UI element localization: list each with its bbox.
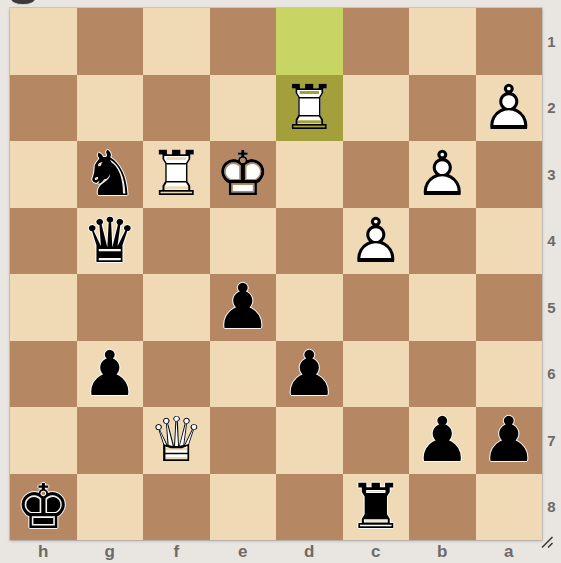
white-pawn[interactable]: ♟♙ xyxy=(409,141,476,208)
square-a1[interactable] xyxy=(476,8,543,75)
rank-labels: 12345678 xyxy=(542,8,561,540)
square-b3[interactable]: ♟♙ xyxy=(409,141,476,208)
square-h3[interactable] xyxy=(10,141,77,208)
resize-handle-icon[interactable] xyxy=(537,532,554,549)
square-c3[interactable] xyxy=(343,141,410,208)
white-rook[interactable]: ♜♖ xyxy=(143,141,210,208)
square-g2[interactable] xyxy=(77,75,144,142)
rank-label-6: 6 xyxy=(542,341,561,408)
file-label-d: d xyxy=(276,540,343,563)
white-king[interactable]: ♚♔ xyxy=(210,141,277,208)
black-pawn[interactable]: ♟ xyxy=(409,407,476,474)
square-h5[interactable] xyxy=(10,274,77,341)
square-c4[interactable]: ♟♙ xyxy=(343,208,410,275)
black-pawn[interactable]: ♟ xyxy=(476,407,543,474)
square-d1[interactable] xyxy=(276,8,343,75)
rank-label-8: 8 xyxy=(542,474,561,541)
rank-label-3: 3 xyxy=(542,141,561,208)
square-g7[interactable] xyxy=(77,407,144,474)
square-h6[interactable] xyxy=(10,341,77,408)
square-c7[interactable] xyxy=(343,407,410,474)
square-g4[interactable]: ♛ xyxy=(77,208,144,275)
square-f5[interactable] xyxy=(143,274,210,341)
square-g6[interactable]: ♟ xyxy=(77,341,144,408)
square-b8[interactable] xyxy=(409,474,476,541)
rank-label-7: 7 xyxy=(542,407,561,474)
rank-label-5: 5 xyxy=(542,274,561,341)
chess-app-page: ♜♖♟♙♞♜♖♚♔♟♙♛♟♙♟♟♟♛♕♟♟♚♜ 12345678 hgfedcb… xyxy=(0,0,561,563)
square-g5[interactable] xyxy=(77,274,144,341)
black-king[interactable]: ♚ xyxy=(10,474,77,541)
file-label-f: f xyxy=(143,540,210,563)
black-rook[interactable]: ♜ xyxy=(343,474,410,541)
square-f2[interactable] xyxy=(143,75,210,142)
file-label-a: a xyxy=(476,540,543,563)
square-a3[interactable] xyxy=(476,141,543,208)
square-e8[interactable] xyxy=(210,474,277,541)
square-h8[interactable]: ♚ xyxy=(10,474,77,541)
square-c8[interactable]: ♜ xyxy=(343,474,410,541)
square-c2[interactable] xyxy=(343,75,410,142)
square-b7[interactable]: ♟ xyxy=(409,407,476,474)
square-d2[interactable]: ♜♖ xyxy=(276,75,343,142)
square-h1[interactable] xyxy=(10,8,77,75)
white-rook[interactable]: ♜♖ xyxy=(276,75,343,142)
white-queen[interactable]: ♛♕ xyxy=(143,407,210,474)
white-pawn[interactable]: ♟♙ xyxy=(343,208,410,275)
square-d8[interactable] xyxy=(276,474,343,541)
square-e6[interactable] xyxy=(210,341,277,408)
square-d4[interactable] xyxy=(276,208,343,275)
file-label-g: g xyxy=(77,540,144,563)
square-b1[interactable] xyxy=(409,8,476,75)
square-b4[interactable] xyxy=(409,208,476,275)
square-e2[interactable] xyxy=(210,75,277,142)
square-f1[interactable] xyxy=(143,8,210,75)
square-f8[interactable] xyxy=(143,474,210,541)
file-label-b: b xyxy=(409,540,476,563)
square-c6[interactable] xyxy=(343,341,410,408)
square-a7[interactable]: ♟ xyxy=(476,407,543,474)
square-d5[interactable] xyxy=(276,274,343,341)
square-h7[interactable] xyxy=(10,407,77,474)
square-f4[interactable] xyxy=(143,208,210,275)
square-h4[interactable] xyxy=(10,208,77,275)
square-e5[interactable]: ♟ xyxy=(210,274,277,341)
square-d7[interactable] xyxy=(276,407,343,474)
square-b5[interactable] xyxy=(409,274,476,341)
rank-label-1: 1 xyxy=(542,8,561,75)
square-g3[interactable]: ♞ xyxy=(77,141,144,208)
rank-label-2: 2 xyxy=(542,75,561,142)
cropped-top-left-icon xyxy=(11,0,35,4)
black-pawn[interactable]: ♟ xyxy=(210,274,277,341)
black-pawn[interactable]: ♟ xyxy=(276,341,343,408)
square-g1[interactable] xyxy=(77,8,144,75)
square-a8[interactable] xyxy=(476,474,543,541)
square-e3[interactable]: ♚♔ xyxy=(210,141,277,208)
square-f3[interactable]: ♜♖ xyxy=(143,141,210,208)
square-d6[interactable]: ♟ xyxy=(276,341,343,408)
square-f7[interactable]: ♛♕ xyxy=(143,407,210,474)
square-c5[interactable] xyxy=(343,274,410,341)
square-c1[interactable] xyxy=(343,8,410,75)
file-label-e: e xyxy=(210,540,277,563)
black-knight[interactable]: ♞ xyxy=(77,141,144,208)
file-labels: hgfedcba xyxy=(10,540,542,563)
square-b6[interactable] xyxy=(409,341,476,408)
file-label-h: h xyxy=(10,540,77,563)
square-e4[interactable] xyxy=(210,208,277,275)
square-e1[interactable] xyxy=(210,8,277,75)
square-a2[interactable]: ♟♙ xyxy=(476,75,543,142)
black-queen[interactable]: ♛ xyxy=(77,208,144,275)
white-pawn[interactable]: ♟♙ xyxy=(476,75,543,142)
square-a5[interactable] xyxy=(476,274,543,341)
square-f6[interactable] xyxy=(143,341,210,408)
rank-label-4: 4 xyxy=(542,208,561,275)
black-pawn[interactable]: ♟ xyxy=(77,341,144,408)
square-g8[interactable] xyxy=(77,474,144,541)
square-e7[interactable] xyxy=(210,407,277,474)
file-label-c: c xyxy=(343,540,410,563)
square-d3[interactable] xyxy=(276,141,343,208)
square-a6[interactable] xyxy=(476,341,543,408)
chess-board: ♜♖♟♙♞♜♖♚♔♟♙♛♟♙♟♟♟♛♕♟♟♚♜ xyxy=(10,8,542,540)
square-b2[interactable] xyxy=(409,75,476,142)
square-a4[interactable] xyxy=(476,208,543,275)
square-h2[interactable] xyxy=(10,75,77,142)
